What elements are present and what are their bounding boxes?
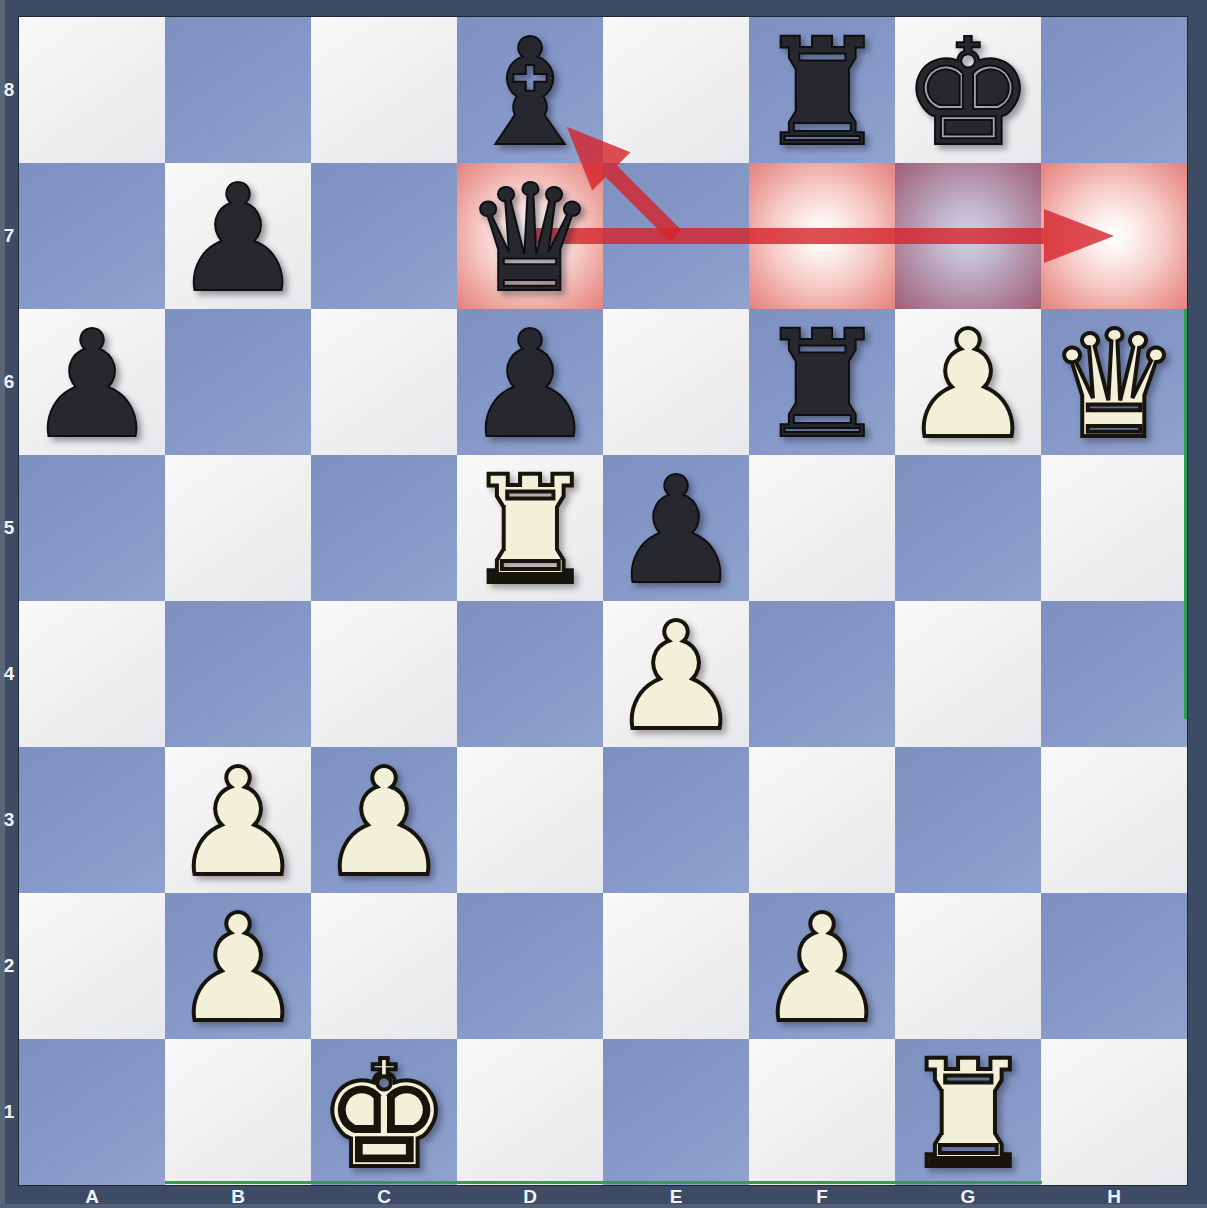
- rank-label-6: 6: [0, 309, 18, 455]
- square-e7[interactable]: [603, 163, 749, 309]
- rank-label-2: 2: [0, 893, 18, 1039]
- square-h1[interactable]: [1041, 1039, 1187, 1185]
- piece-white-pawn[interactable]: ♟: [610, 603, 743, 751]
- square-a1[interactable]: [19, 1039, 165, 1185]
- square-f8[interactable]: ♜: [749, 17, 895, 163]
- square-f2[interactable]: ♟: [749, 893, 895, 1039]
- square-f5[interactable]: [749, 455, 895, 601]
- piece-black-rook[interactable]: ♜: [756, 311, 889, 459]
- file-label-b: B: [165, 1185, 311, 1208]
- square-b3[interactable]: ♟: [165, 747, 311, 893]
- square-g3[interactable]: [895, 747, 1041, 893]
- piece-white-pawn[interactable]: ♟: [172, 749, 305, 897]
- square-h3[interactable]: [1041, 747, 1187, 893]
- square-c2[interactable]: [311, 893, 457, 1039]
- square-c4[interactable]: [311, 601, 457, 747]
- square-d1[interactable]: [457, 1039, 603, 1185]
- square-c1[interactable]: ♚: [311, 1039, 457, 1185]
- piece-white-pawn[interactable]: ♟: [172, 895, 305, 1043]
- piece-white-rook[interactable]: ♜: [902, 1041, 1035, 1189]
- square-g2[interactable]: [895, 893, 1041, 1039]
- piece-black-king[interactable]: ♚: [902, 19, 1035, 167]
- rank-label-7: 7: [0, 163, 18, 309]
- file-label-h: H: [1041, 1185, 1187, 1208]
- piece-black-pawn[interactable]: ♟: [610, 457, 743, 605]
- square-g6[interactable]: ♟: [895, 309, 1041, 455]
- square-g1[interactable]: ♜: [895, 1039, 1041, 1185]
- square-e4[interactable]: ♟: [603, 601, 749, 747]
- rank-label-8: 8: [0, 17, 18, 163]
- piece-black-queen[interactable]: ♛: [464, 165, 597, 313]
- file-label-a: A: [19, 1185, 165, 1208]
- chess-board[interactable]: ♝♜♚♟♛♟♟♜♟♛♜♟♟♟♟♟♟♚♜: [19, 17, 1187, 1185]
- square-e3[interactable]: [603, 747, 749, 893]
- square-c7[interactable]: [311, 163, 457, 309]
- square-c5[interactable]: [311, 455, 457, 601]
- square-a5[interactable]: [19, 455, 165, 601]
- square-a4[interactable]: [19, 601, 165, 747]
- square-c8[interactable]: [311, 17, 457, 163]
- piece-white-pawn[interactable]: ♟: [756, 895, 889, 1043]
- square-b2[interactable]: ♟: [165, 893, 311, 1039]
- piece-black-pawn[interactable]: ♟: [172, 165, 305, 313]
- piece-black-bishop[interactable]: ♝: [464, 19, 597, 167]
- square-d7[interactable]: ♛: [457, 163, 603, 309]
- square-e5[interactable]: ♟: [603, 455, 749, 601]
- square-d2[interactable]: [457, 893, 603, 1039]
- rank-label-1: 1: [0, 1039, 18, 1185]
- square-c6[interactable]: [311, 309, 457, 455]
- square-e6[interactable]: [603, 309, 749, 455]
- square-h4[interactable]: [1041, 601, 1187, 747]
- square-d3[interactable]: [457, 747, 603, 893]
- square-b5[interactable]: [165, 455, 311, 601]
- square-a2[interactable]: [19, 893, 165, 1039]
- square-f3[interactable]: [749, 747, 895, 893]
- square-g4[interactable]: [895, 601, 1041, 747]
- square-a8[interactable]: [19, 17, 165, 163]
- square-d4[interactable]: [457, 601, 603, 747]
- square-h2[interactable]: [1041, 893, 1187, 1039]
- piece-black-pawn[interactable]: ♟: [464, 311, 597, 459]
- square-g5[interactable]: [895, 455, 1041, 601]
- square-a6[interactable]: ♟: [19, 309, 165, 455]
- square-b4[interactable]: [165, 601, 311, 747]
- square-f1[interactable]: [749, 1039, 895, 1185]
- board-edge-highlight-right: [1184, 309, 1187, 719]
- square-d6[interactable]: ♟: [457, 309, 603, 455]
- square-g8[interactable]: ♚: [895, 17, 1041, 163]
- piece-white-king[interactable]: ♚: [318, 1041, 451, 1189]
- square-d5[interactable]: ♜: [457, 455, 603, 601]
- piece-black-rook[interactable]: ♜: [756, 19, 889, 167]
- square-a7[interactable]: [19, 163, 165, 309]
- square-h7[interactable]: [1041, 163, 1187, 309]
- piece-white-rook[interactable]: ♜: [464, 457, 597, 605]
- file-label-e: E: [603, 1185, 749, 1208]
- piece-white-pawn[interactable]: ♟: [902, 311, 1035, 459]
- rank-label-3: 3: [0, 747, 18, 893]
- square-h5[interactable]: [1041, 455, 1187, 601]
- square-b1[interactable]: [165, 1039, 311, 1185]
- square-e1[interactable]: [603, 1039, 749, 1185]
- square-c3[interactable]: ♟: [311, 747, 457, 893]
- board-frame: ♝♜♚♟♛♟♟♜♟♛♜♟♟♟♟♟♟♚♜ 87654321 ABCDEFGH: [0, 0, 1207, 1208]
- square-h6[interactable]: ♛: [1041, 309, 1187, 455]
- piece-white-pawn[interactable]: ♟: [318, 749, 451, 897]
- square-e2[interactable]: [603, 893, 749, 1039]
- square-d8[interactable]: ♝: [457, 17, 603, 163]
- square-b8[interactable]: [165, 17, 311, 163]
- square-g7[interactable]: [895, 163, 1041, 309]
- square-f6[interactable]: ♜: [749, 309, 895, 455]
- rank-label-4: 4: [0, 601, 18, 747]
- rank-label-5: 5: [0, 455, 18, 601]
- square-e8[interactable]: [603, 17, 749, 163]
- piece-white-queen[interactable]: ♛: [1048, 311, 1181, 459]
- piece-black-pawn[interactable]: ♟: [26, 311, 159, 459]
- square-f7[interactable]: [749, 163, 895, 309]
- square-f4[interactable]: [749, 601, 895, 747]
- square-b6[interactable]: [165, 309, 311, 455]
- file-label-f: F: [749, 1185, 895, 1208]
- file-label-d: D: [457, 1185, 603, 1208]
- square-h8[interactable]: [1041, 17, 1187, 163]
- square-a3[interactable]: [19, 747, 165, 893]
- square-b7[interactable]: ♟: [165, 163, 311, 309]
